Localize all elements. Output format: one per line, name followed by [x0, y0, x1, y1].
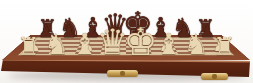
piece-white-bishop-f1: ♝ — [154, 30, 183, 59]
piece-white-rook-h1: ♜ — [212, 34, 237, 59]
chess-set-photo: ♜♞♝♛♚♝♞♜♟♟♟♟♟♟♟♟♟♟♟♟♟♟♟♟♜♞♝♛♚♝♞♜ — [0, 0, 253, 83]
piece-white-knight-g1: ♞ — [183, 31, 211, 59]
piece-white-rook-a1: ♜ — [16, 34, 41, 59]
brass-latch-right-icon — [201, 73, 228, 80]
piece-white-knight-b1: ♞ — [43, 31, 71, 59]
brass-latch-left-icon — [107, 70, 138, 77]
